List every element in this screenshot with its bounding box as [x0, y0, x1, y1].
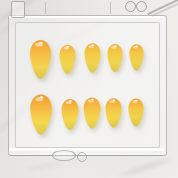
press-on-nails-set: [0, 0, 178, 178]
press-on-nail: [83, 38, 102, 78]
press-on-nail: [60, 95, 80, 134]
press-on-nail: [28, 38, 53, 81]
press-on-nail: [127, 96, 145, 129]
press-on-nail: [106, 39, 124, 77]
press-on-nail: [128, 41, 145, 74]
press-on-nail: [28, 94, 54, 135]
product-photo-scene: [0, 0, 178, 178]
press-on-nail: [58, 40, 77, 79]
press-on-nail: [104, 95, 123, 131]
press-on-nail: [82, 93, 102, 133]
